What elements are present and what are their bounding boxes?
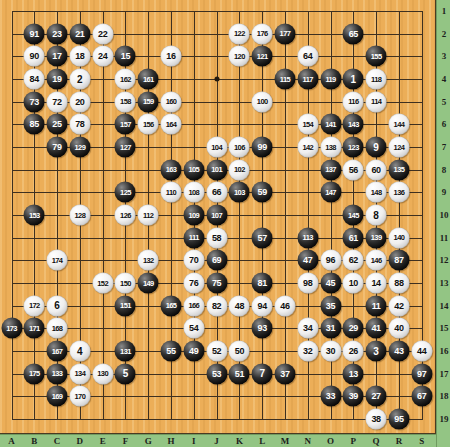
move-number: 53 xyxy=(212,369,221,378)
stone-N15[interactable]: 34 xyxy=(297,318,318,339)
stone-J12[interactable]: 69 xyxy=(206,250,227,271)
stone-K9[interactable]: 103 xyxy=(229,182,250,203)
stone-P7[interactable]: 123 xyxy=(343,137,364,158)
stone-P8[interactable]: 56 xyxy=(343,159,364,180)
stone-C2[interactable]: 23 xyxy=(47,23,68,44)
move-number: 115 xyxy=(280,75,290,83)
row-label-9: 9 xyxy=(442,187,447,197)
column-label-B: B xyxy=(31,436,37,446)
stone-K14[interactable]: 48 xyxy=(229,295,250,316)
stone-F17[interactable]: 5 xyxy=(115,363,136,384)
move-number: 155 xyxy=(371,53,382,61)
row-label-4: 4 xyxy=(442,74,447,84)
stone-K7[interactable]: 106 xyxy=(229,137,250,158)
stone-I13[interactable]: 76 xyxy=(183,273,204,294)
stone-J10[interactable]: 107 xyxy=(206,205,227,226)
stone-G6[interactable]: 156 xyxy=(138,114,159,135)
stone-P12[interactable]: 62 xyxy=(343,250,364,271)
move-number: 31 xyxy=(326,324,335,333)
stone-N11[interactable]: 113 xyxy=(297,227,318,248)
stone-C7[interactable]: 79 xyxy=(47,137,68,158)
stone-D3[interactable]: 18 xyxy=(69,46,90,67)
stone-C4[interactable]: 19 xyxy=(47,69,68,90)
row-label-2: 2 xyxy=(442,29,447,39)
move-number: 158 xyxy=(120,98,131,106)
stone-S17[interactable]: 97 xyxy=(411,363,432,384)
stone-B4[interactable]: 84 xyxy=(24,69,45,90)
row-coordinate-strip: 12345678910111213141516171819 xyxy=(436,0,450,447)
move-number: 8 xyxy=(373,210,379,220)
stone-P11[interactable]: 61 xyxy=(343,227,364,248)
stone-H6[interactable]: 164 xyxy=(161,114,182,135)
move-number: 167 xyxy=(52,347,63,355)
stone-F5[interactable]: 158 xyxy=(115,91,136,112)
stone-K3[interactable]: 120 xyxy=(229,46,250,67)
column-label-R: R xyxy=(396,436,403,446)
stone-N7[interactable]: 142 xyxy=(297,137,318,158)
stone-D17[interactable]: 134 xyxy=(69,363,90,384)
move-number: 133 xyxy=(52,370,63,378)
stone-P2[interactable]: 65 xyxy=(343,23,364,44)
goban[interactable]: 9123212212217617765901718241516120121641… xyxy=(0,0,436,434)
stone-Q15[interactable]: 41 xyxy=(366,318,387,339)
stone-I14[interactable]: 166 xyxy=(183,295,204,316)
stone-I11[interactable]: 111 xyxy=(183,227,204,248)
move-number: 69 xyxy=(212,256,221,265)
stone-G5[interactable]: 159 xyxy=(138,91,159,112)
stone-M17[interactable]: 37 xyxy=(274,363,295,384)
stone-G10[interactable]: 112 xyxy=(138,205,159,226)
move-number: 161 xyxy=(143,75,154,83)
row-label-13: 13 xyxy=(440,278,449,288)
stone-N16[interactable]: 32 xyxy=(297,341,318,362)
stone-O6[interactable]: 141 xyxy=(320,114,341,135)
stone-P13[interactable]: 10 xyxy=(343,273,364,294)
stone-R15[interactable]: 40 xyxy=(388,318,409,339)
move-number: 55 xyxy=(166,347,175,356)
move-number: 94 xyxy=(257,301,266,310)
move-number: 134 xyxy=(75,370,86,378)
stone-P5[interactable]: 116 xyxy=(343,91,364,112)
stone-Q8[interactable]: 60 xyxy=(366,159,387,180)
column-label-S: S xyxy=(419,436,424,446)
move-number: 102 xyxy=(234,166,245,174)
move-number: 3 xyxy=(373,346,379,356)
stone-J7[interactable]: 104 xyxy=(206,137,227,158)
stone-O7[interactable]: 138 xyxy=(320,137,341,158)
stone-L11[interactable]: 57 xyxy=(252,227,273,248)
move-number: 136 xyxy=(394,189,405,197)
stone-E2[interactable]: 22 xyxy=(92,23,113,44)
stone-R19[interactable]: 95 xyxy=(388,409,409,430)
stone-F13[interactable]: 150 xyxy=(115,273,136,294)
stone-C12[interactable]: 174 xyxy=(47,250,68,271)
stone-I15[interactable]: 54 xyxy=(183,318,204,339)
stone-Q3[interactable]: 155 xyxy=(366,46,387,67)
stone-I10[interactable]: 109 xyxy=(183,205,204,226)
stone-Q12[interactable]: 146 xyxy=(366,250,387,271)
stone-L9[interactable]: 59 xyxy=(252,182,273,203)
move-number: 96 xyxy=(326,256,335,265)
move-number: 75 xyxy=(212,279,221,288)
move-number: 79 xyxy=(52,143,61,152)
stone-R12[interactable]: 87 xyxy=(388,250,409,271)
move-number: 67 xyxy=(417,392,426,401)
stone-Q10[interactable]: 8 xyxy=(366,205,387,226)
stone-O14[interactable]: 35 xyxy=(320,295,341,316)
move-number: 50 xyxy=(235,347,244,356)
move-number: 129 xyxy=(75,143,86,151)
stone-R14[interactable]: 42 xyxy=(388,295,409,316)
stone-R13[interactable]: 88 xyxy=(388,273,409,294)
grid-line-horizontal xyxy=(12,11,423,12)
move-number: 112 xyxy=(143,211,153,219)
move-number: 16 xyxy=(166,52,175,61)
stone-Q19[interactable]: 38 xyxy=(366,409,387,430)
stone-M14[interactable]: 46 xyxy=(274,295,295,316)
move-number: 118 xyxy=(371,75,381,83)
stone-J11[interactable]: 58 xyxy=(206,227,227,248)
stone-G4[interactable]: 161 xyxy=(138,69,159,90)
stone-K2[interactable]: 122 xyxy=(229,23,250,44)
stone-R6[interactable]: 144 xyxy=(388,114,409,135)
move-number: 139 xyxy=(371,234,382,242)
move-number: 104 xyxy=(211,143,222,151)
stone-O18[interactable]: 33 xyxy=(320,386,341,407)
stone-F7[interactable]: 127 xyxy=(115,137,136,158)
move-number: 85 xyxy=(30,120,39,129)
move-number: 107 xyxy=(211,211,222,219)
stone-P15[interactable]: 29 xyxy=(343,318,364,339)
move-number: 48 xyxy=(235,301,244,310)
stone-H14[interactable]: 165 xyxy=(161,295,182,316)
stone-J16[interactable]: 52 xyxy=(206,341,227,362)
stone-D6[interactable]: 78 xyxy=(69,114,90,135)
move-number: 56 xyxy=(349,165,358,174)
move-number: 58 xyxy=(212,233,221,242)
column-label-I: I xyxy=(192,436,196,446)
move-number: 49 xyxy=(189,347,198,356)
stone-O12[interactable]: 96 xyxy=(320,250,341,271)
move-number: 125 xyxy=(120,189,131,197)
stone-B3[interactable]: 90 xyxy=(24,46,45,67)
move-number: 19 xyxy=(52,75,61,84)
stone-Q14[interactable]: 11 xyxy=(366,295,387,316)
stone-D2[interactable]: 21 xyxy=(69,23,90,44)
stone-B2[interactable]: 91 xyxy=(24,23,45,44)
move-number: 121 xyxy=(257,53,268,61)
move-number: 165 xyxy=(166,302,177,310)
move-number: 105 xyxy=(188,166,199,174)
row-label-16: 16 xyxy=(440,346,449,356)
grid-line-horizontal xyxy=(12,419,423,420)
move-number: 46 xyxy=(280,301,289,310)
stone-Q11[interactable]: 139 xyxy=(366,227,387,248)
move-number: 141 xyxy=(325,121,336,129)
go-game-viewer: 9123212212217617765901718241516120121641… xyxy=(0,0,450,447)
stone-O4[interactable]: 119 xyxy=(320,69,341,90)
stone-F10[interactable]: 126 xyxy=(115,205,136,226)
move-number: 114 xyxy=(371,98,381,106)
stone-D7[interactable]: 129 xyxy=(69,137,90,158)
stone-F16[interactable]: 131 xyxy=(115,341,136,362)
stone-I9[interactable]: 108 xyxy=(183,182,204,203)
move-number: 160 xyxy=(166,98,177,106)
stone-C17[interactable]: 133 xyxy=(47,363,68,384)
move-number: 7 xyxy=(259,369,265,379)
stone-C18[interactable]: 169 xyxy=(47,386,68,407)
column-label-O: O xyxy=(327,436,334,446)
move-number: 43 xyxy=(394,347,403,356)
stone-H9[interactable]: 110 xyxy=(161,182,182,203)
move-number: 35 xyxy=(326,301,335,310)
move-number: 82 xyxy=(212,301,221,310)
stone-I12[interactable]: 70 xyxy=(183,250,204,271)
move-number: 6 xyxy=(54,301,60,311)
move-number: 103 xyxy=(234,189,245,197)
stone-P10[interactable]: 145 xyxy=(343,205,364,226)
stone-J9[interactable]: 66 xyxy=(206,182,227,203)
stone-J14[interactable]: 82 xyxy=(206,295,227,316)
stone-F4[interactable]: 162 xyxy=(115,69,136,90)
row-label-6: 6 xyxy=(442,119,447,129)
move-number: 137 xyxy=(325,166,336,174)
stone-Q16[interactable]: 3 xyxy=(366,341,387,362)
stone-M4[interactable]: 115 xyxy=(274,69,295,90)
stone-F14[interactable]: 151 xyxy=(115,295,136,316)
move-number: 150 xyxy=(120,279,131,287)
stone-M2[interactable]: 177 xyxy=(274,23,295,44)
row-label-7: 7 xyxy=(442,142,447,152)
move-number: 132 xyxy=(143,257,154,265)
move-number: 60 xyxy=(371,165,380,174)
move-number: 38 xyxy=(371,415,380,424)
stone-C16[interactable]: 167 xyxy=(47,341,68,362)
column-label-E: E xyxy=(100,436,106,446)
row-label-8: 8 xyxy=(442,165,447,175)
move-number: 39 xyxy=(349,392,358,401)
column-label-A: A xyxy=(8,436,15,446)
stone-S18[interactable]: 67 xyxy=(411,386,432,407)
move-number: 144 xyxy=(394,121,405,129)
stone-O16[interactable]: 30 xyxy=(320,341,341,362)
stone-G13[interactable]: 149 xyxy=(138,273,159,294)
stone-O9[interactable]: 147 xyxy=(320,182,341,203)
column-label-F: F xyxy=(123,436,129,446)
stone-L3[interactable]: 121 xyxy=(252,46,273,67)
row-label-15: 15 xyxy=(440,323,449,333)
stone-H3[interactable]: 16 xyxy=(161,46,182,67)
stone-F6[interactable]: 157 xyxy=(115,114,136,135)
stone-B14[interactable]: 172 xyxy=(24,295,45,316)
move-number: 52 xyxy=(212,347,221,356)
stone-Q7[interactable]: 9 xyxy=(366,137,387,158)
stone-P17[interactable]: 13 xyxy=(343,363,364,384)
move-number: 40 xyxy=(394,324,403,333)
move-number: 76 xyxy=(189,279,198,288)
move-number: 130 xyxy=(97,370,108,378)
stone-C15[interactable]: 168 xyxy=(47,318,68,339)
stone-L17[interactable]: 7 xyxy=(252,363,273,384)
stone-K17[interactable]: 51 xyxy=(229,363,250,384)
stone-D10[interactable]: 128 xyxy=(69,205,90,226)
stone-B15[interactable]: 171 xyxy=(24,318,45,339)
stone-D4[interactable]: 2 xyxy=(69,69,90,90)
move-number: 106 xyxy=(234,143,245,151)
stone-E3[interactable]: 24 xyxy=(92,46,113,67)
stone-R11[interactable]: 140 xyxy=(388,227,409,248)
column-label-K: K xyxy=(236,436,243,446)
stone-F9[interactable]: 125 xyxy=(115,182,136,203)
stone-E17[interactable]: 130 xyxy=(92,363,113,384)
stone-Q4[interactable]: 118 xyxy=(366,69,387,90)
stone-Q13[interactable]: 14 xyxy=(366,273,387,294)
move-number: 131 xyxy=(120,347,131,355)
stone-L2[interactable]: 176 xyxy=(252,23,273,44)
move-number: 4 xyxy=(77,346,83,356)
stone-H8[interactable]: 163 xyxy=(161,159,182,180)
stone-L5[interactable]: 100 xyxy=(252,91,273,112)
stone-F3[interactable]: 15 xyxy=(115,46,136,67)
stone-E13[interactable]: 152 xyxy=(92,273,113,294)
move-number: 108 xyxy=(188,189,199,197)
stone-H5[interactable]: 160 xyxy=(161,91,182,112)
stone-C14[interactable]: 6 xyxy=(47,295,68,316)
stone-R9[interactable]: 136 xyxy=(388,182,409,203)
move-number: 170 xyxy=(75,393,86,401)
stone-C5[interactable]: 72 xyxy=(47,91,68,112)
stone-A15[interactable]: 173 xyxy=(1,318,22,339)
move-number: 99 xyxy=(257,143,266,152)
row-label-17: 17 xyxy=(440,369,449,379)
move-number: 171 xyxy=(29,325,40,333)
stone-J13[interactable]: 75 xyxy=(206,273,227,294)
stone-O8[interactable]: 137 xyxy=(320,159,341,180)
move-number: 62 xyxy=(349,256,358,265)
stone-C3[interactable]: 17 xyxy=(47,46,68,67)
stone-G12[interactable]: 132 xyxy=(138,250,159,271)
move-number: 70 xyxy=(189,256,198,265)
move-number: 93 xyxy=(257,324,266,333)
stone-R8[interactable]: 135 xyxy=(388,159,409,180)
move-number: 175 xyxy=(29,370,40,378)
move-number: 26 xyxy=(349,347,358,356)
move-number: 47 xyxy=(303,256,312,265)
move-number: 145 xyxy=(348,211,359,219)
stone-L14[interactable]: 94 xyxy=(252,295,273,316)
move-number: 97 xyxy=(417,369,426,378)
stone-B10[interactable]: 153 xyxy=(24,205,45,226)
stone-L15[interactable]: 93 xyxy=(252,318,273,339)
stone-J17[interactable]: 53 xyxy=(206,363,227,384)
stone-Q18[interactable]: 27 xyxy=(366,386,387,407)
row-label-5: 5 xyxy=(442,97,447,107)
move-number: 29 xyxy=(349,324,358,333)
move-number: 127 xyxy=(120,143,131,151)
move-number: 18 xyxy=(75,52,84,61)
move-number: 17 xyxy=(52,52,61,61)
stone-D5[interactable]: 20 xyxy=(69,91,90,112)
stone-D16[interactable]: 4 xyxy=(69,341,90,362)
column-label-Q: Q xyxy=(373,436,380,446)
move-number: 153 xyxy=(29,211,40,219)
column-label-H: H xyxy=(168,436,175,446)
move-number: 57 xyxy=(257,233,266,242)
stone-R16[interactable]: 43 xyxy=(388,341,409,362)
move-number: 164 xyxy=(166,121,177,129)
move-number: 111 xyxy=(189,234,199,242)
move-number: 59 xyxy=(257,188,266,197)
move-number: 116 xyxy=(348,98,358,106)
move-number: 27 xyxy=(371,392,380,401)
stone-N3[interactable]: 64 xyxy=(297,46,318,67)
stone-H16[interactable]: 55 xyxy=(161,341,182,362)
stone-N4[interactable]: 117 xyxy=(297,69,318,90)
stone-Q9[interactable]: 148 xyxy=(366,182,387,203)
column-label-N: N xyxy=(305,436,312,446)
stone-Q5[interactable]: 114 xyxy=(366,91,387,112)
move-number: 1 xyxy=(351,74,357,84)
stone-O15[interactable]: 31 xyxy=(320,318,341,339)
stone-O13[interactable]: 45 xyxy=(320,273,341,294)
stone-B6[interactable]: 85 xyxy=(24,114,45,135)
star-point xyxy=(214,77,219,82)
move-number: 122 xyxy=(234,30,245,38)
move-number: 37 xyxy=(280,369,289,378)
stone-B5[interactable]: 73 xyxy=(24,91,45,112)
stone-I16[interactable]: 49 xyxy=(183,341,204,362)
stone-R7[interactable]: 124 xyxy=(388,137,409,158)
move-number: 33 xyxy=(326,392,335,401)
move-number: 123 xyxy=(348,143,359,151)
move-number: 51 xyxy=(235,369,244,378)
move-number: 78 xyxy=(75,120,84,129)
stone-S16[interactable]: 44 xyxy=(411,341,432,362)
row-label-1: 1 xyxy=(442,6,447,16)
stone-L7[interactable]: 99 xyxy=(252,137,273,158)
stone-D18[interactable]: 170 xyxy=(69,386,90,407)
stone-N13[interactable]: 98 xyxy=(297,273,318,294)
stone-P6[interactable]: 143 xyxy=(343,114,364,135)
move-number: 95 xyxy=(394,415,403,424)
move-number: 22 xyxy=(98,29,107,38)
move-number: 124 xyxy=(394,143,405,151)
move-number: 66 xyxy=(212,188,221,197)
stone-P4[interactable]: 1 xyxy=(343,69,364,90)
stone-C6[interactable]: 25 xyxy=(47,114,68,135)
move-number: 109 xyxy=(188,211,199,219)
stone-N12[interactable]: 47 xyxy=(297,250,318,271)
column-label-M: M xyxy=(281,436,290,446)
move-number: 135 xyxy=(394,166,405,174)
move-number: 73 xyxy=(30,97,39,106)
stone-J8[interactable]: 101 xyxy=(206,159,227,180)
stone-B17[interactable]: 175 xyxy=(24,363,45,384)
stone-L13[interactable]: 81 xyxy=(252,273,273,294)
stone-I8[interactable]: 105 xyxy=(183,159,204,180)
move-number: 156 xyxy=(143,121,154,129)
move-number: 140 xyxy=(394,234,405,242)
stone-N6[interactable]: 154 xyxy=(297,114,318,135)
move-number: 166 xyxy=(188,302,199,310)
stone-K16[interactable]: 50 xyxy=(229,341,250,362)
move-number: 168 xyxy=(52,325,63,333)
stone-P16[interactable]: 26 xyxy=(343,341,364,362)
stone-P18[interactable]: 39 xyxy=(343,386,364,407)
move-number: 88 xyxy=(394,279,403,288)
stone-K8[interactable]: 102 xyxy=(229,159,250,180)
column-label-J: J xyxy=(214,436,219,446)
